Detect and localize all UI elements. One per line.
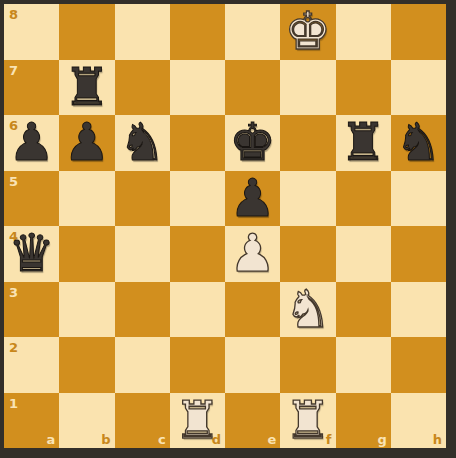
rank-label-7: 7: [9, 64, 18, 77]
file-label-h: h: [433, 433, 442, 446]
rank-label-5: 5: [9, 175, 18, 188]
square-a2[interactable]: 2: [4, 337, 59, 393]
square-a4[interactable]: 4♛: [4, 226, 59, 282]
square-e3[interactable]: [225, 282, 280, 338]
square-d4[interactable]: [170, 226, 225, 282]
piece-black-king[interactable]: ♚: [229, 115, 276, 170]
chess-board-frame: 8♚7♜6♟♟♞♚♜♞5♟4♛♟3♞21abcd♜ef♜gh: [0, 0, 456, 458]
square-f6[interactable]: [280, 115, 335, 171]
square-d3[interactable]: [170, 282, 225, 338]
square-b7[interactable]: ♜: [59, 60, 114, 116]
square-h1[interactable]: h: [391, 393, 446, 449]
square-g4[interactable]: [336, 226, 391, 282]
square-h3[interactable]: [391, 282, 446, 338]
square-c6[interactable]: ♞: [115, 115, 170, 171]
piece-black-queen[interactable]: ♛: [8, 226, 55, 281]
square-g2[interactable]: [336, 337, 391, 393]
square-b2[interactable]: [59, 337, 114, 393]
square-c4[interactable]: [115, 226, 170, 282]
square-d7[interactable]: [170, 60, 225, 116]
square-f1[interactable]: f♜: [280, 393, 335, 449]
square-e5[interactable]: ♟: [225, 171, 280, 227]
piece-white-rook[interactable]: ♜: [285, 393, 332, 448]
square-c8[interactable]: [115, 4, 170, 60]
piece-white-knight[interactable]: ♞: [285, 282, 332, 337]
piece-black-knight[interactable]: ♞: [395, 115, 442, 170]
square-h5[interactable]: [391, 171, 446, 227]
square-b5[interactable]: [59, 171, 114, 227]
square-a6[interactable]: 6♟: [4, 115, 59, 171]
square-d1[interactable]: d♜: [170, 393, 225, 449]
square-h8[interactable]: [391, 4, 446, 60]
square-f4[interactable]: [280, 226, 335, 282]
square-b8[interactable]: [59, 4, 114, 60]
file-label-c: c: [158, 433, 166, 446]
square-g1[interactable]: g: [336, 393, 391, 449]
rank-label-1: 1: [9, 397, 18, 410]
piece-black-pawn[interactable]: ♟: [8, 115, 55, 170]
square-h7[interactable]: [391, 60, 446, 116]
square-a7[interactable]: 7: [4, 60, 59, 116]
square-f2[interactable]: [280, 337, 335, 393]
square-f3[interactable]: ♞: [280, 282, 335, 338]
square-g3[interactable]: [336, 282, 391, 338]
square-g8[interactable]: [336, 4, 391, 60]
square-a3[interactable]: 3: [4, 282, 59, 338]
square-g6[interactable]: ♜: [336, 115, 391, 171]
square-d5[interactable]: [170, 171, 225, 227]
square-h6[interactable]: ♞: [391, 115, 446, 171]
square-e1[interactable]: e: [225, 393, 280, 449]
rank-label-3: 3: [9, 286, 18, 299]
square-h2[interactable]: [391, 337, 446, 393]
square-a8[interactable]: 8: [4, 4, 59, 60]
piece-white-rook[interactable]: ♜: [174, 393, 221, 448]
square-b6[interactable]: ♟: [59, 115, 114, 171]
square-e8[interactable]: [225, 4, 280, 60]
square-c7[interactable]: [115, 60, 170, 116]
square-f7[interactable]: [280, 60, 335, 116]
piece-white-pawn[interactable]: ♟: [229, 226, 276, 281]
square-c1[interactable]: c: [115, 393, 170, 449]
square-c5[interactable]: [115, 171, 170, 227]
square-h4[interactable]: [391, 226, 446, 282]
square-b1[interactable]: b: [59, 393, 114, 449]
square-c3[interactable]: [115, 282, 170, 338]
square-g5[interactable]: [336, 171, 391, 227]
file-label-b: b: [101, 433, 110, 446]
piece-black-knight[interactable]: ♞: [119, 115, 166, 170]
square-g7[interactable]: [336, 60, 391, 116]
square-d8[interactable]: [170, 4, 225, 60]
square-a5[interactable]: 5: [4, 171, 59, 227]
square-f5[interactable]: [280, 171, 335, 227]
square-e4[interactable]: ♟: [225, 226, 280, 282]
piece-black-rook[interactable]: ♜: [340, 115, 387, 170]
square-b3[interactable]: [59, 282, 114, 338]
square-e6[interactable]: ♚: [225, 115, 280, 171]
square-d2[interactable]: [170, 337, 225, 393]
piece-black-pawn[interactable]: ♟: [64, 115, 111, 170]
piece-black-rook[interactable]: ♜: [64, 60, 111, 115]
file-label-e: e: [267, 433, 276, 446]
file-label-g: g: [377, 433, 386, 446]
square-b4[interactable]: [59, 226, 114, 282]
square-f8[interactable]: ♚: [280, 4, 335, 60]
chess-board: 8♚7♜6♟♟♞♚♜♞5♟4♛♟3♞21abcd♜ef♜gh: [4, 4, 446, 448]
square-e2[interactable]: [225, 337, 280, 393]
piece-white-king[interactable]: ♚: [285, 4, 332, 59]
square-a1[interactable]: 1a: [4, 393, 59, 449]
piece-black-pawn[interactable]: ♟: [229, 171, 276, 226]
rank-label-2: 2: [9, 341, 18, 354]
square-c2[interactable]: [115, 337, 170, 393]
square-d6[interactable]: [170, 115, 225, 171]
square-e7[interactable]: [225, 60, 280, 116]
file-label-a: a: [46, 433, 55, 446]
rank-label-8: 8: [9, 8, 18, 21]
